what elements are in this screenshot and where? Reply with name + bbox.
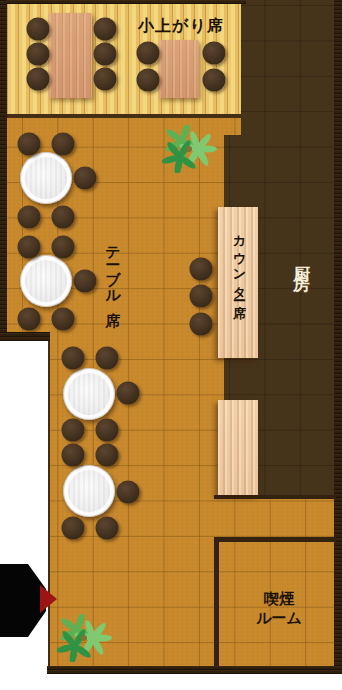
chair (96, 444, 119, 467)
counter-seat (190, 313, 213, 336)
wall (214, 495, 336, 499)
chair (52, 308, 75, 331)
chair (96, 517, 119, 540)
cushion (94, 18, 117, 41)
smoking-room-label-line2: ルーム (240, 609, 318, 628)
smoking-room-wall (214, 537, 219, 666)
counter (218, 400, 258, 495)
tatami-label: 小上がり席 (138, 16, 224, 37)
plant-icon (57, 614, 113, 662)
wall (0, 0, 246, 4)
table-seating-label: テーブル席 (103, 236, 122, 302)
round-table (63, 465, 115, 517)
smoking-room-wall (214, 537, 336, 542)
cushion (27, 68, 50, 91)
floor-plan: 小上がり席 テーブル席 カウンター席 厨房 喫煙 ルーム (0, 0, 342, 690)
wall (47, 666, 342, 674)
chair (96, 347, 119, 370)
chair (74, 270, 97, 293)
round-table (63, 368, 115, 420)
chair (52, 236, 75, 259)
wall (48, 341, 51, 666)
plant-icon (162, 125, 218, 173)
chair (18, 206, 41, 229)
chair (74, 167, 97, 190)
chair (52, 206, 75, 229)
chair (96, 419, 119, 442)
chair (18, 308, 41, 331)
entrance-icon (0, 560, 47, 640)
chair (18, 133, 41, 156)
round-table (20, 152, 72, 204)
cushion (94, 43, 117, 66)
cushion (27, 43, 50, 66)
counter-seat (190, 258, 213, 281)
cushion (27, 18, 50, 41)
counter-seat (190, 285, 213, 308)
wall (0, 0, 7, 341)
cushion (203, 69, 226, 92)
wall (0, 332, 50, 341)
smoking-room-label-line1: 喫煙 (240, 590, 318, 609)
chair (52, 133, 75, 156)
cushion (94, 68, 117, 91)
cushion (203, 42, 226, 65)
chair (117, 382, 140, 405)
dining-floor (224, 118, 241, 135)
counter-label: カウンター席 (230, 226, 248, 297)
tatami-table (159, 40, 199, 98)
chair (117, 481, 140, 504)
chair (18, 236, 41, 259)
chair (62, 419, 85, 442)
round-table (20, 255, 72, 307)
chair (62, 347, 85, 370)
smoking-room-label: 喫煙 ルーム (240, 590, 318, 627)
cushion (137, 42, 160, 65)
tatami-table (49, 13, 92, 98)
kitchen-label: 厨房 (290, 253, 313, 269)
cushion (137, 69, 160, 92)
wall (334, 0, 342, 674)
chair (62, 517, 85, 540)
chair (62, 444, 85, 467)
